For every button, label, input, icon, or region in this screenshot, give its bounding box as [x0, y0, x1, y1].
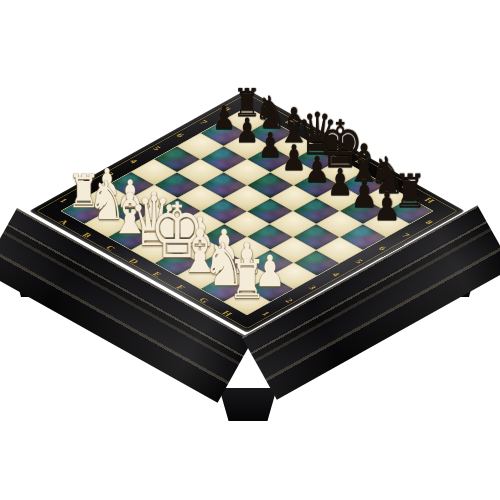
chess-set-photo: ABCDEFGH ABCDEFGH 87654321 87654321 ♜♞♝♛… — [0, 0, 500, 500]
box-foot-front — [221, 388, 275, 421]
